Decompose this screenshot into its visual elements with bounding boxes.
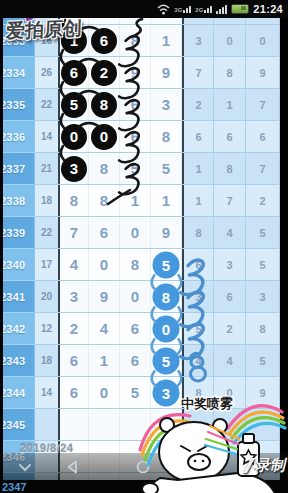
row-sum: 26 xyxy=(34,57,58,88)
black-circled-number: 8 xyxy=(91,92,117,118)
cell: 6 xyxy=(182,249,214,280)
cell: 3 xyxy=(58,153,89,184)
table-row: 2342122460528 xyxy=(3,313,280,345)
row-id: 2343 xyxy=(3,345,34,376)
black-circled-number: 0 xyxy=(61,124,87,150)
cell: 4 xyxy=(58,249,89,280)
row-id: 2336 xyxy=(3,121,34,152)
cell: 0 xyxy=(214,25,246,56)
table-row: 2340174085635 xyxy=(3,249,280,281)
partial-row-id: 2347 xyxy=(2,481,26,493)
row-sum: 20 xyxy=(34,281,58,312)
row-sum: 22 xyxy=(34,217,58,248)
cell: 8 xyxy=(151,121,182,152)
blue-circled-number: 5 xyxy=(153,347,180,374)
cell: 5 xyxy=(120,153,151,184)
row-id: 2339 xyxy=(3,217,34,248)
cell: 1 xyxy=(182,153,214,184)
cell: 8 xyxy=(58,185,89,216)
table-row: 2337213855187 xyxy=(3,153,280,185)
cell: 0 xyxy=(151,313,182,344)
row-sum: 22 xyxy=(34,89,58,120)
cell: 6 xyxy=(89,217,120,248)
cell: 1 xyxy=(120,185,151,216)
row-sum: 14 xyxy=(34,377,58,408)
signal-bars-icon xyxy=(216,5,227,14)
cell: 6 xyxy=(182,121,214,152)
cell: 5 xyxy=(246,217,280,248)
black-circled-number: 6 xyxy=(91,28,117,54)
cell: 8 xyxy=(89,89,120,120)
row-id: 2344 xyxy=(3,377,34,408)
cell: 8 xyxy=(120,25,151,56)
record-watermark: 录制 xyxy=(247,456,285,475)
cell: 6 xyxy=(214,121,246,152)
clock-time: 21:24 xyxy=(253,3,283,15)
cell: 0 xyxy=(58,121,89,152)
cell: 6 xyxy=(89,25,120,56)
cell: 5 xyxy=(151,153,182,184)
cell: 2 xyxy=(89,57,120,88)
black-circled-number: 5 xyxy=(61,92,87,118)
row-sum: 17 xyxy=(34,249,58,280)
row-id: 2335 xyxy=(3,89,34,120)
cell: 5 xyxy=(151,249,182,280)
sticker-bear: 中奖喷雾 xyxy=(138,392,288,493)
cell: 0 xyxy=(246,25,280,56)
cell: 3 xyxy=(246,281,280,312)
cell: 3 xyxy=(182,25,214,56)
black-circled-number: 6 xyxy=(61,60,87,86)
cell: 8 xyxy=(89,153,120,184)
battery-icon xyxy=(231,4,249,14)
row-sum: 18 xyxy=(34,185,58,216)
cell: 2 xyxy=(182,89,214,120)
cell: 5 xyxy=(246,345,280,376)
cell: 6 xyxy=(120,89,151,120)
network-2g-icon: 2G xyxy=(195,6,212,13)
row-sum: 18 xyxy=(34,345,58,376)
cell: 9 xyxy=(89,281,120,312)
cell: 2 xyxy=(214,313,246,344)
table-row: 2343186165445 xyxy=(3,345,280,377)
cell: 0 xyxy=(89,377,120,408)
cell: 8 xyxy=(214,57,246,88)
cell: 5 xyxy=(246,249,280,280)
cell: 2 xyxy=(58,313,89,344)
cell: 5 xyxy=(58,89,89,120)
cell: 7 xyxy=(182,57,214,88)
row-id: 2342 xyxy=(3,313,34,344)
status-bar: 3G 2G 21:24 xyxy=(0,0,288,18)
cell: 5 xyxy=(151,345,182,376)
row-sum: 14 xyxy=(34,121,58,152)
phone-screen: 3G 2G 21:24 2333161681300233426629978923… xyxy=(0,0,288,493)
table-row: 2341203908363 xyxy=(3,281,280,313)
table-row: 2334266299789 xyxy=(3,57,280,89)
row-id: 2341 xyxy=(3,281,34,312)
cell: 1 xyxy=(182,185,214,216)
cell: 7 xyxy=(58,217,89,248)
table-row: 2339227609845 xyxy=(3,217,280,249)
cell: 1 xyxy=(214,89,246,120)
cell: 3 xyxy=(182,281,214,312)
cell: 3 xyxy=(58,281,89,312)
black-circled-number: 3 xyxy=(61,156,87,182)
cell: 6 xyxy=(120,121,151,152)
cell: 0 xyxy=(120,281,151,312)
app-logo-watermark: 爱拍原创 xyxy=(6,16,83,45)
cell: 8 xyxy=(120,249,151,280)
blue-circled-number: 0 xyxy=(153,315,180,342)
row-id: 2340 xyxy=(3,249,34,280)
cell: 7 xyxy=(246,89,280,120)
cell: 9 xyxy=(151,217,182,248)
table-row: 2336140068666 xyxy=(3,121,280,153)
row-id: 2334 xyxy=(3,57,34,88)
cell: 3 xyxy=(214,249,246,280)
wifi-icon xyxy=(157,4,170,15)
cell: 3 xyxy=(151,89,182,120)
cell: 9 xyxy=(120,57,151,88)
row-sum xyxy=(34,409,58,440)
cell: 0 xyxy=(89,249,120,280)
cell: 2 xyxy=(246,185,280,216)
cell: 6 xyxy=(120,313,151,344)
cell: 6 xyxy=(214,281,246,312)
row-id: 2337 xyxy=(3,153,34,184)
logo-text: 爱拍原创 xyxy=(6,18,83,42)
cell: 9 xyxy=(151,57,182,88)
cell: 4 xyxy=(214,345,246,376)
cell: 7 xyxy=(246,153,280,184)
blue-circled-number: 5 xyxy=(153,251,180,278)
chevron-down-icon[interactable] xyxy=(18,464,32,472)
cell: 6 xyxy=(246,121,280,152)
row-id: 2338 xyxy=(3,185,34,216)
cell xyxy=(89,409,120,440)
cell: 1 xyxy=(151,185,182,216)
cell: 1 xyxy=(151,25,182,56)
cell: 6 xyxy=(58,345,89,376)
cell: 6 xyxy=(58,377,89,408)
row-id: 2345 xyxy=(3,409,34,440)
blue-circled-number: 8 xyxy=(153,283,180,310)
cell: 8 xyxy=(246,313,280,344)
cell: 7 xyxy=(214,185,246,216)
back-icon[interactable] xyxy=(66,460,78,474)
cell: 9 xyxy=(246,57,280,88)
cell: 4 xyxy=(182,345,214,376)
cell xyxy=(58,409,89,440)
sticker-caption: 中奖喷雾 xyxy=(181,396,233,411)
cell: 8 xyxy=(182,217,214,248)
network-3g-icon: 3G xyxy=(174,6,191,13)
cell: 4 xyxy=(214,217,246,248)
cell: 5 xyxy=(182,313,214,344)
cell: 0 xyxy=(120,217,151,248)
table-row: 2338188811172 xyxy=(3,185,280,217)
row-sum: 12 xyxy=(34,313,58,344)
record-text: 录制 xyxy=(255,456,285,475)
row-sum: 21 xyxy=(34,153,58,184)
table-row: 2335225863217 xyxy=(3,89,280,121)
cell: 6 xyxy=(120,345,151,376)
cell: 8 xyxy=(214,153,246,184)
cell: 6 xyxy=(58,57,89,88)
black-circled-number: 0 xyxy=(91,124,117,150)
cell: 1 xyxy=(89,345,120,376)
cell: 4 xyxy=(89,313,120,344)
cell: 8 xyxy=(89,185,120,216)
cell: 0 xyxy=(89,121,120,152)
black-circled-number: 2 xyxy=(91,60,117,86)
cell: 8 xyxy=(151,281,182,312)
